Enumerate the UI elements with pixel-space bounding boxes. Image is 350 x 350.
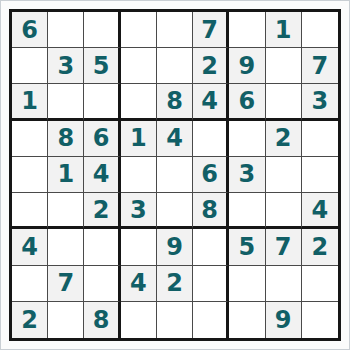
cell-r2c9[interactable]: 7 xyxy=(302,48,338,84)
cell-value: 2 xyxy=(201,54,218,78)
cell-r3c4[interactable] xyxy=(121,84,157,120)
cell-value: 3 xyxy=(57,54,74,78)
cell-r8c6[interactable] xyxy=(193,266,229,302)
cell-r4c8[interactable]: 2 xyxy=(266,121,302,157)
cell-r6c9[interactable]: 4 xyxy=(302,193,338,229)
cell-value: 4 xyxy=(130,271,147,295)
cell-r2c4[interactable] xyxy=(121,48,157,84)
cell-r4c4[interactable]: 1 xyxy=(121,121,157,157)
cell-r7c9[interactable]: 2 xyxy=(302,229,338,265)
cell-r7c4[interactable] xyxy=(121,229,157,265)
cell-r1c8[interactable]: 1 xyxy=(266,12,302,48)
cell-value: 4 xyxy=(312,198,329,222)
cell-r1c5[interactable] xyxy=(157,12,193,48)
cell-r8c2[interactable]: 7 xyxy=(48,266,84,302)
cell-value: 9 xyxy=(239,54,256,78)
cell-r1c4[interactable] xyxy=(121,12,157,48)
cell-value: 8 xyxy=(166,89,183,113)
cell-value: 1 xyxy=(21,89,38,113)
cell-value: 4 xyxy=(166,126,183,150)
cell-r7c1[interactable]: 4 xyxy=(12,229,48,265)
cell-r4c1[interactable] xyxy=(12,121,48,157)
cell-r5c5[interactable] xyxy=(157,157,193,193)
cell-value: 2 xyxy=(166,271,183,295)
cell-r4c5[interactable]: 4 xyxy=(157,121,193,157)
cell-value: 5 xyxy=(93,54,110,78)
cell-value: 7 xyxy=(275,235,292,259)
cell-value: 6 xyxy=(201,162,218,186)
cell-r6c6[interactable]: 8 xyxy=(193,193,229,229)
cell-value: 2 xyxy=(93,198,110,222)
cell-r6c7[interactable] xyxy=(229,193,265,229)
cell-r3c5[interactable]: 8 xyxy=(157,84,193,120)
cell-r3c7[interactable]: 6 xyxy=(229,84,265,120)
cell-r9c8[interactable]: 9 xyxy=(266,302,302,338)
cell-r3c8[interactable] xyxy=(266,84,302,120)
cell-r4c7[interactable] xyxy=(229,121,265,157)
cell-value: 6 xyxy=(239,89,256,113)
cell-r2c7[interactable]: 9 xyxy=(229,48,265,84)
cell-r4c9[interactable] xyxy=(302,121,338,157)
cell-value: 2 xyxy=(21,308,38,332)
cell-r7c2[interactable] xyxy=(48,229,84,265)
cell-r8c5[interactable]: 2 xyxy=(157,266,193,302)
cell-r7c6[interactable] xyxy=(193,229,229,265)
cell-value: 1 xyxy=(130,126,147,150)
cell-value: 9 xyxy=(275,308,292,332)
cell-r1c2[interactable] xyxy=(48,12,84,48)
cell-value: 1 xyxy=(275,18,292,42)
cell-r1c7[interactable] xyxy=(229,12,265,48)
cell-r9c9[interactable] xyxy=(302,302,338,338)
cell-r6c5[interactable] xyxy=(157,193,193,229)
cell-r5c7[interactable]: 3 xyxy=(229,157,265,193)
cell-value: 6 xyxy=(21,18,38,42)
cell-r6c3[interactable]: 2 xyxy=(84,193,120,229)
cell-value: 4 xyxy=(201,89,218,113)
cell-r9c4[interactable] xyxy=(121,302,157,338)
cell-r2c5[interactable] xyxy=(157,48,193,84)
cell-value: 5 xyxy=(239,235,256,259)
cell-r4c2[interactable]: 8 xyxy=(48,121,84,157)
sudoku-board: 6713529718463861421463238449572742289 xyxy=(9,9,341,341)
cell-value: 8 xyxy=(201,198,218,222)
cell-r9c3[interactable]: 8 xyxy=(84,302,120,338)
cell-r5c2[interactable]: 1 xyxy=(48,157,84,193)
cell-value: 3 xyxy=(130,198,147,222)
cell-r2c1[interactable] xyxy=(12,48,48,84)
cell-value: 4 xyxy=(93,162,110,186)
cell-value: 2 xyxy=(275,126,292,150)
cell-r3c3[interactable] xyxy=(84,84,120,120)
cell-r6c2[interactable] xyxy=(48,193,84,229)
cell-value: 8 xyxy=(57,126,74,150)
cell-r5c3[interactable]: 4 xyxy=(84,157,120,193)
cell-r8c7[interactable] xyxy=(229,266,265,302)
cell-r2c2[interactable]: 3 xyxy=(48,48,84,84)
cell-r1c9[interactable] xyxy=(302,12,338,48)
cell-r9c2[interactable] xyxy=(48,302,84,338)
cell-r4c3[interactable]: 6 xyxy=(84,121,120,157)
cell-r7c8[interactable]: 7 xyxy=(266,229,302,265)
cell-r8c8[interactable] xyxy=(266,266,302,302)
cell-r6c4[interactable]: 3 xyxy=(121,193,157,229)
cell-r7c7[interactable]: 5 xyxy=(229,229,265,265)
cell-r8c4[interactable]: 4 xyxy=(121,266,157,302)
cell-r7c5[interactable]: 9 xyxy=(157,229,193,265)
cell-r3c9[interactable]: 3 xyxy=(302,84,338,120)
cell-value: 7 xyxy=(57,271,74,295)
cell-r1c1[interactable]: 6 xyxy=(12,12,48,48)
cell-r8c9[interactable] xyxy=(302,266,338,302)
cell-r8c1[interactable] xyxy=(12,266,48,302)
cell-r9c6[interactable] xyxy=(193,302,229,338)
cell-r6c1[interactable] xyxy=(12,193,48,229)
cell-r2c8[interactable] xyxy=(266,48,302,84)
cell-value: 3 xyxy=(239,162,256,186)
cell-value: 6 xyxy=(93,126,110,150)
cell-r1c3[interactable] xyxy=(84,12,120,48)
cell-r5c8[interactable] xyxy=(266,157,302,193)
cell-r5c9[interactable] xyxy=(302,157,338,193)
cell-r3c6[interactable]: 4 xyxy=(193,84,229,120)
cell-r5c1[interactable] xyxy=(12,157,48,193)
cell-value: 9 xyxy=(166,235,183,259)
cell-value: 7 xyxy=(312,54,329,78)
cell-r9c7[interactable] xyxy=(229,302,265,338)
cell-r6c8[interactable] xyxy=(266,193,302,229)
cell-value: 8 xyxy=(93,308,110,332)
cell-r8c3[interactable] xyxy=(84,266,120,302)
cell-r5c4[interactable] xyxy=(121,157,157,193)
cell-r5c6[interactable]: 6 xyxy=(193,157,229,193)
cell-value: 1 xyxy=(57,162,74,186)
cell-r7c3[interactable] xyxy=(84,229,120,265)
cell-r2c3[interactable]: 5 xyxy=(84,48,120,84)
cell-value: 7 xyxy=(201,18,218,42)
cell-r9c5[interactable] xyxy=(157,302,193,338)
cell-value: 4 xyxy=(21,235,38,259)
cell-value: 2 xyxy=(312,235,329,259)
cell-r3c1[interactable]: 1 xyxy=(12,84,48,120)
cell-r9c1[interactable]: 2 xyxy=(12,302,48,338)
cell-r4c6[interactable] xyxy=(193,121,229,157)
cell-r2c6[interactable]: 2 xyxy=(193,48,229,84)
cell-r1c6[interactable]: 7 xyxy=(193,12,229,48)
cell-value: 3 xyxy=(312,89,329,113)
cell-r3c2[interactable] xyxy=(48,84,84,120)
